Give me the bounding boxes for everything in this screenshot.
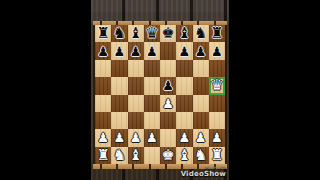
square-b8[interactable]: ♞ <box>111 25 127 42</box>
square-c5[interactable] <box>128 77 144 94</box>
square-e4[interactable]: ♟ <box>160 95 176 112</box>
videoshow-watermark: Made with VideoShow <box>181 166 226 178</box>
piece-black-pawn[interactable]: ♟ <box>97 45 109 58</box>
square-a1[interactable]: ♜ <box>95 147 111 164</box>
square-h1[interactable]: ♜ <box>209 147 225 164</box>
piece-white-knight[interactable]: ♞ <box>194 148 207 163</box>
piece-black-knight[interactable]: ♞ <box>113 26 126 41</box>
piece-black-king[interactable]: ♚ <box>161 26 174 41</box>
square-e8[interactable]: ♚ <box>160 25 176 42</box>
square-b4[interactable] <box>111 95 127 112</box>
square-h4[interactable] <box>209 95 225 112</box>
square-e7[interactable] <box>160 42 176 59</box>
piece-white-pawn[interactable]: ♟ <box>146 131 158 144</box>
square-b1[interactable]: ♞ <box>111 147 127 164</box>
square-d8[interactable]: ♛ <box>144 25 160 42</box>
piece-white-king[interactable]: ♚ <box>161 148 174 163</box>
chess-board: ♜♞♝♛♚♝♞♜♟♟♟♟♟♟♟♟♛♟♟♟♟♟♟♟♟♜♞♝♚♝♞♜ <box>93 21 227 169</box>
square-f8[interactable]: ♝ <box>176 25 192 42</box>
square-c4[interactable] <box>128 95 144 112</box>
square-d7[interactable]: ♟ <box>144 42 160 59</box>
piece-white-pawn[interactable]: ♟ <box>179 131 191 144</box>
square-c8[interactable]: ♝ <box>128 25 144 42</box>
square-g7[interactable]: ♟ <box>193 42 209 59</box>
square-c3[interactable] <box>128 112 144 129</box>
square-c7[interactable]: ♟ <box>128 42 144 59</box>
square-a3[interactable] <box>95 112 111 129</box>
square-h3[interactable] <box>209 112 225 129</box>
piece-white-rook[interactable]: ♜ <box>96 148 109 163</box>
piece-white-pawn[interactable]: ♟ <box>211 131 223 144</box>
square-d5[interactable] <box>144 77 160 94</box>
square-e5[interactable]: ♟ <box>160 77 176 94</box>
square-a6[interactable] <box>95 60 111 77</box>
square-e2[interactable] <box>160 129 176 146</box>
square-b2[interactable]: ♟ <box>111 129 127 146</box>
piece-black-rook[interactable]: ♜ <box>210 26 223 41</box>
square-d2[interactable]: ♟ <box>144 129 160 146</box>
piece-black-bishop[interactable]: ♝ <box>129 26 142 41</box>
letterbox-left <box>0 0 91 180</box>
square-f7[interactable]: ♟ <box>176 42 192 59</box>
piece-black-pawn[interactable]: ♟ <box>179 45 191 58</box>
piece-white-queen[interactable]: ♛ <box>210 78 223 93</box>
square-c1[interactable]: ♝ <box>128 147 144 164</box>
square-e1[interactable]: ♚ <box>160 147 176 164</box>
square-a2[interactable]: ♟ <box>95 129 111 146</box>
square-g4[interactable] <box>193 95 209 112</box>
wood-background: ♜♞♝♛♚♝♞♜♟♟♟♟♟♟♟♟♛♟♟♟♟♟♟♟♟♜♞♝♚♝♞♜ Made wi… <box>91 0 229 180</box>
square-e6[interactable] <box>160 60 176 77</box>
square-f5[interactable] <box>176 77 192 94</box>
piece-black-queen[interactable]: ♛ <box>145 26 158 41</box>
board-squares: ♜♞♝♛♚♝♞♜♟♟♟♟♟♟♟♟♛♟♟♟♟♟♟♟♟♜♞♝♚♝♞♜ <box>95 25 225 164</box>
piece-white-pawn[interactable]: ♟ <box>130 131 142 144</box>
square-h6[interactable] <box>209 60 225 77</box>
square-b6[interactable] <box>111 60 127 77</box>
piece-black-knight[interactable]: ♞ <box>194 26 207 41</box>
square-h8[interactable]: ♜ <box>209 25 225 42</box>
piece-black-pawn[interactable]: ♟ <box>130 45 142 58</box>
piece-black-bishop[interactable]: ♝ <box>178 26 191 41</box>
square-g3[interactable] <box>193 112 209 129</box>
square-f6[interactable] <box>176 60 192 77</box>
square-d6[interactable] <box>144 60 160 77</box>
piece-white-rook[interactable]: ♜ <box>210 148 223 163</box>
piece-white-bishop[interactable]: ♝ <box>178 148 191 163</box>
square-h7[interactable]: ♟ <box>209 42 225 59</box>
piece-white-pawn[interactable]: ♟ <box>97 131 109 144</box>
square-b5[interactable] <box>111 77 127 94</box>
square-h2[interactable]: ♟ <box>209 129 225 146</box>
square-a8[interactable]: ♜ <box>95 25 111 42</box>
piece-black-pawn[interactable]: ♟ <box>114 45 126 58</box>
video-frame: ♜♞♝♛♚♝♞♜♟♟♟♟♟♟♟♟♛♟♟♟♟♟♟♟♟♜♞♝♚♝♞♜ Made wi… <box>0 0 320 180</box>
watermark-videoshow: VideoShow <box>181 171 226 178</box>
piece-black-pawn[interactable]: ♟ <box>162 79 174 92</box>
piece-black-pawn[interactable]: ♟ <box>195 45 207 58</box>
square-g6[interactable] <box>193 60 209 77</box>
square-d1[interactable] <box>144 147 160 164</box>
square-f3[interactable] <box>176 112 192 129</box>
piece-white-knight[interactable]: ♞ <box>113 148 126 163</box>
piece-white-pawn[interactable]: ♟ <box>114 131 126 144</box>
square-d4[interactable] <box>144 95 160 112</box>
square-g1[interactable]: ♞ <box>193 147 209 164</box>
square-a7[interactable]: ♟ <box>95 42 111 59</box>
square-a5[interactable] <box>95 77 111 94</box>
square-c2[interactable]: ♟ <box>128 129 144 146</box>
square-g2[interactable]: ♟ <box>193 129 209 146</box>
square-h5[interactable]: ♛ <box>209 77 225 94</box>
square-b7[interactable]: ♟ <box>111 42 127 59</box>
square-g8[interactable]: ♞ <box>193 25 209 42</box>
square-a4[interactable] <box>95 95 111 112</box>
piece-black-pawn[interactable]: ♟ <box>211 45 223 58</box>
piece-white-pawn[interactable]: ♟ <box>195 131 207 144</box>
square-c6[interactable] <box>128 60 144 77</box>
piece-white-bishop[interactable]: ♝ <box>129 148 142 163</box>
piece-white-pawn[interactable]: ♟ <box>162 97 174 110</box>
piece-black-rook[interactable]: ♜ <box>96 26 109 41</box>
square-d3[interactable] <box>144 112 160 129</box>
square-f2[interactable]: ♟ <box>176 129 192 146</box>
square-f4[interactable] <box>176 95 192 112</box>
square-g5[interactable] <box>193 77 209 94</box>
square-e3[interactable] <box>160 112 176 129</box>
square-b3[interactable] <box>111 112 127 129</box>
piece-black-pawn[interactable]: ♟ <box>146 45 158 58</box>
letterbox-right <box>229 0 320 180</box>
square-f1[interactable]: ♝ <box>176 147 192 164</box>
